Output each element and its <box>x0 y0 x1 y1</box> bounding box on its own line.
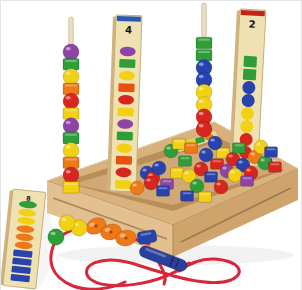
scene-canvas: 8 2 4 <box>1 1 301 290</box>
blue-sphere-bead <box>208 136 222 150</box>
green-rect-pattern-item <box>117 132 133 141</box>
red-sphere-bead <box>63 167 79 183</box>
yellow-sphere-bead <box>63 69 79 85</box>
green-sphere-bead <box>48 229 64 245</box>
card-header-stripe <box>117 16 141 22</box>
card-number: 2 <box>248 18 256 29</box>
orange_red-rect-pattern-item <box>118 83 134 92</box>
card-number: 4 <box>125 24 132 35</box>
blue-sphere-bead <box>152 161 166 175</box>
yellow-rect-pattern-item <box>115 180 131 189</box>
purple-sphere-bead <box>63 44 79 60</box>
toy-product-photo: 8 2 4 <box>0 0 302 290</box>
red-sphere-bead <box>196 121 212 137</box>
red-sphere-bead <box>144 176 158 190</box>
pattern-card-4: 4 <box>107 15 142 192</box>
red-sphere-bead <box>214 180 228 194</box>
orange-sphere-bead <box>130 181 144 195</box>
green-rect-pattern-item <box>243 69 257 81</box>
yellow-sphere-bead <box>59 215 75 231</box>
green-rect-pattern-item <box>119 59 135 68</box>
red-sphere-bead <box>63 93 79 109</box>
orange_red-rect-pattern-item <box>116 156 132 165</box>
yellow-sphere-bead <box>228 168 242 182</box>
bead-rod-left <box>63 17 79 193</box>
yellow-rect-pattern-item <box>117 107 133 116</box>
bead-rod-right <box>196 3 212 137</box>
green-rect-pattern-item <box>243 56 257 68</box>
yellow-sphere-bead <box>63 142 79 158</box>
purple-sphere-bead <box>63 118 79 134</box>
